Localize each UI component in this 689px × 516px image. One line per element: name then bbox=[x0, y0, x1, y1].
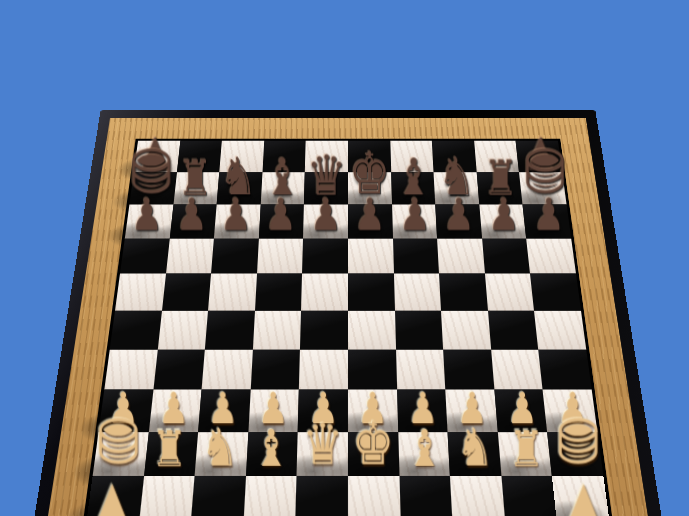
piece-white-bishop[interactable]: ♝ bbox=[253, 423, 289, 474]
square-b8[interactable]: ♟ bbox=[169, 205, 216, 239]
piece-black-pawn[interactable]: ♟ bbox=[131, 192, 163, 237]
square-f8[interactable]: ♟ bbox=[348, 205, 393, 239]
square-a8[interactable]: ♟ bbox=[125, 205, 173, 239]
square-h2[interactable]: ♞ bbox=[448, 432, 501, 476]
square-e5[interactable] bbox=[300, 311, 348, 350]
square-d5[interactable] bbox=[253, 311, 302, 350]
square-c1[interactable] bbox=[191, 476, 246, 516]
square-a1[interactable]: ▲ bbox=[86, 476, 143, 516]
piece-black-pawn[interactable]: ♟ bbox=[354, 192, 386, 237]
piece-white-champion[interactable]: ⛃ bbox=[97, 411, 139, 474]
board-3d: ▲▲⛃♜♞♝♛♚♝♞♜⛃♟♟♟♟♟♟♟♟♟♟♟♟♟♟♟♟♟♟♟♟⛃♜♞♝♛♚♝♞… bbox=[25, 110, 670, 516]
square-j5[interactable] bbox=[534, 311, 586, 350]
square-f1[interactable] bbox=[348, 476, 400, 516]
piece-black-pawn[interactable]: ♟ bbox=[265, 192, 297, 237]
square-e1[interactable] bbox=[296, 476, 348, 516]
square-c8[interactable]: ♟ bbox=[214, 205, 260, 239]
piece-white-rook[interactable]: ♜ bbox=[152, 425, 187, 475]
square-h1[interactable] bbox=[450, 476, 505, 516]
piece-white-king[interactable]: ♚ bbox=[352, 415, 394, 474]
board-grid: ▲▲⛃♜♞♝♛♚♝♞♜⛃♟♟♟♟♟♟♟♟♟♟♟♟♟♟♟♟♟♟♟♟⛃♜♞♝♛♚♝♞… bbox=[86, 141, 609, 516]
piece-black-pawn[interactable]: ♟ bbox=[444, 192, 476, 237]
app-background: { "game": { "name": "Omega Chess", "boar… bbox=[0, 0, 689, 516]
square-j7[interactable] bbox=[527, 238, 576, 273]
piece-white-wizard[interactable]: ▲ bbox=[569, 474, 597, 516]
square-i7[interactable] bbox=[482, 238, 530, 273]
square-a5[interactable] bbox=[110, 311, 162, 350]
square-c2[interactable]: ♞ bbox=[195, 432, 248, 476]
square-f5[interactable] bbox=[348, 311, 396, 350]
piece-white-champion[interactable]: ⛃ bbox=[557, 411, 599, 474]
square-j8[interactable]: ♟ bbox=[523, 205, 571, 239]
square-f7[interactable] bbox=[348, 238, 394, 273]
square-a7[interactable] bbox=[120, 238, 169, 273]
square-c5[interactable] bbox=[205, 311, 255, 350]
square-i5[interactable] bbox=[488, 311, 539, 350]
square-d7[interactable] bbox=[257, 238, 304, 273]
square-h7[interactable] bbox=[437, 238, 485, 273]
square-h5[interactable] bbox=[441, 311, 491, 350]
square-d2[interactable]: ♝ bbox=[246, 432, 298, 476]
square-g5[interactable] bbox=[395, 311, 444, 350]
square-j1[interactable]: ▲ bbox=[552, 476, 609, 516]
piece-white-bishop[interactable]: ♝ bbox=[406, 423, 442, 474]
square-g1[interactable] bbox=[399, 476, 453, 516]
piece-black-pawn[interactable]: ♟ bbox=[488, 192, 520, 237]
perspective-container: ▲▲⛃♜♞♝♛♚♝♞♜⛃♟♟♟♟♟♟♟♟♟♟♟♟♟♟♟♟♟♟♟♟⛃♜♞♝♛♚♝♞… bbox=[68, 0, 628, 516]
square-i8[interactable]: ♟ bbox=[479, 205, 526, 239]
piece-white-knight[interactable]: ♞ bbox=[457, 422, 494, 474]
piece-white-rook[interactable]: ♜ bbox=[509, 425, 544, 475]
piece-black-pawn[interactable]: ♟ bbox=[176, 192, 208, 237]
square-e8[interactable]: ♟ bbox=[303, 205, 348, 239]
square-b5[interactable] bbox=[157, 311, 208, 350]
square-g2[interactable]: ♝ bbox=[398, 432, 450, 476]
piece-white-wizard[interactable]: ▲ bbox=[98, 474, 126, 516]
piece-black-pawn[interactable]: ♟ bbox=[399, 192, 431, 237]
square-c7[interactable] bbox=[211, 238, 259, 273]
square-i2[interactable]: ♜ bbox=[498, 432, 553, 476]
square-d1[interactable] bbox=[243, 476, 297, 516]
square-f2[interactable]: ♚ bbox=[348, 432, 399, 476]
square-h8[interactable]: ♟ bbox=[435, 205, 481, 239]
square-d8[interactable]: ♟ bbox=[259, 205, 305, 239]
piece-white-queen[interactable]: ♛ bbox=[302, 418, 342, 475]
square-i1[interactable] bbox=[501, 476, 557, 516]
square-e7[interactable] bbox=[302, 238, 348, 273]
square-b2[interactable]: ♜ bbox=[144, 432, 199, 476]
square-e2[interactable]: ♛ bbox=[297, 432, 348, 476]
piece-black-pawn[interactable]: ♟ bbox=[310, 192, 342, 237]
square-b1[interactable] bbox=[139, 476, 195, 516]
square-g7[interactable] bbox=[393, 238, 440, 273]
piece-black-pawn[interactable]: ♟ bbox=[533, 192, 565, 237]
square-b7[interactable] bbox=[166, 238, 214, 273]
piece-white-knight[interactable]: ♞ bbox=[202, 422, 239, 474]
piece-black-pawn[interactable]: ♟ bbox=[221, 192, 253, 237]
square-g8[interactable]: ♟ bbox=[392, 205, 438, 239]
